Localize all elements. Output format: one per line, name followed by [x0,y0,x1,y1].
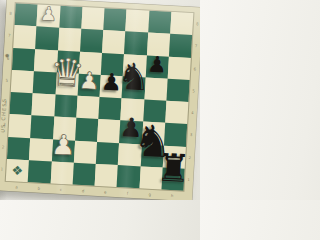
file-label-f: f [127,191,129,195]
rank-label-left-1: 1 [0,167,3,171]
corner-emblem-icon: ❖ [11,164,23,178]
piece-black-rook[interactable]: ♜ [155,148,191,188]
rank-label-right-5: 5 [192,89,195,93]
file-label-a: a [15,185,18,189]
rank-label-right-3: 3 [190,133,193,137]
pieces-layer: ♟♟♛♟♟♞♟♟♞♜ [6,3,194,191]
file-label-e: e [104,190,107,194]
chess-board: ✹ US CHESS ♟♟♛♟♟♞♟♟♞♜ ❖ 8877665544332211… [0,0,200,200]
rank-label-left-5: 5 [5,79,8,83]
file-label-d: d [82,189,85,193]
piece-white-pawn[interactable]: ♟ [50,131,76,160]
rank-label-left-8: 8 [9,12,12,16]
rank-label-left-3: 3 [3,123,6,127]
rank-label-right-6: 6 [193,67,196,71]
rank-label-left-6: 6 [7,56,10,60]
rank-label-right-4: 4 [191,111,194,115]
piece-black-knight[interactable]: ♞ [116,58,151,97]
rank-label-right-7: 7 [195,45,198,49]
file-label-b: b [37,186,40,190]
rank-label-left-7: 7 [8,34,11,38]
rank-label-left-4: 4 [4,101,7,105]
file-label-h: h [171,194,174,198]
file-label-c: c [60,187,62,191]
file-label-g: g [148,192,151,196]
rank-label-right-2: 2 [188,156,191,160]
rank-label-right-8: 8 [196,22,199,26]
piece-white-pawn[interactable]: ♟ [78,69,100,94]
rank-label-right-1: 1 [187,178,190,182]
rank-label-left-2: 2 [2,145,5,149]
photo-of-chessboard: { "game": "chess", "scene": "Photograph … [0,0,200,200]
piece-white-pawn[interactable]: ♟ [39,4,57,24]
